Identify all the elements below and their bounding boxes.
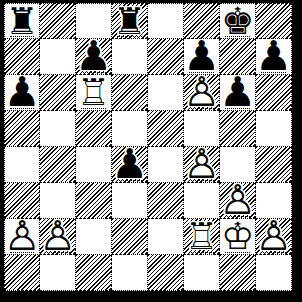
square-b4[interactable] <box>40 147 76 183</box>
piece-glyph: ♜ <box>112 4 147 38</box>
square-f6[interactable]: ♟♙ <box>184 75 220 111</box>
piece-glyph: ♜ <box>5 4 39 38</box>
white-pawn-icon[interactable]: ♟♙ <box>40 219 75 254</box>
piece-glyph: ♖ <box>184 219 219 254</box>
square-a2[interactable]: ♟♙ <box>4 219 40 255</box>
square-h7[interactable]: ♟♟ <box>256 39 292 75</box>
square-g2[interactable]: ♚♔ <box>220 219 256 255</box>
square-a8[interactable]: ♜♜ <box>4 3 40 39</box>
square-c1[interactable] <box>76 255 112 291</box>
white-pawn-icon[interactable]: ♟♙ <box>184 75 219 110</box>
square-g6[interactable]: ♟♟ <box>220 75 256 111</box>
square-e3[interactable] <box>148 183 184 219</box>
black-pawn-icon[interactable]: ♟♟ <box>256 39 291 74</box>
piece-glyph: ♙ <box>184 75 219 110</box>
square-a1[interactable] <box>4 255 40 291</box>
black-rook-icon[interactable]: ♜♜ <box>112 4 147 38</box>
piece-glyph: ♟ <box>5 75 39 110</box>
square-c5[interactable] <box>76 111 112 147</box>
square-h5[interactable] <box>256 111 292 147</box>
white-pawn-icon[interactable]: ♟♙ <box>256 219 291 254</box>
black-rook-icon[interactable]: ♜♜ <box>5 4 39 38</box>
square-b1[interactable] <box>40 255 76 291</box>
board-frame: ♜♜♜♜♚♚♟♟♟♟♟♟♟♟♜♖♟♙♟♟♟♟♟♙♟♙♟♙♟♙♜♖♚♔♟♙ <box>0 0 302 302</box>
piece-glyph: ♚ <box>220 4 255 38</box>
square-h1[interactable] <box>256 255 292 291</box>
square-e1[interactable] <box>148 255 184 291</box>
square-a4[interactable] <box>4 147 40 183</box>
piece-glyph: ♟ <box>112 147 147 182</box>
square-e4[interactable] <box>148 147 184 183</box>
square-e5[interactable] <box>148 111 184 147</box>
piece-glyph: ♙ <box>256 219 291 254</box>
square-h6[interactable] <box>256 75 292 111</box>
square-f3[interactable] <box>184 183 220 219</box>
piece-glyph: ♖ <box>76 75 111 110</box>
piece-glyph: ♙ <box>5 219 39 254</box>
square-e8[interactable] <box>148 3 184 39</box>
square-b8[interactable] <box>40 3 76 39</box>
square-d6[interactable] <box>112 75 148 111</box>
black-pawn-icon[interactable]: ♟♟ <box>5 75 39 110</box>
square-d4[interactable]: ♟♟ <box>112 147 148 183</box>
square-b2[interactable]: ♟♙ <box>40 219 76 255</box>
square-h2[interactable]: ♟♙ <box>256 219 292 255</box>
square-d8[interactable]: ♜♜ <box>112 3 148 39</box>
square-d1[interactable] <box>112 255 148 291</box>
square-c4[interactable] <box>76 147 112 183</box>
square-d3[interactable] <box>112 183 148 219</box>
square-c6[interactable]: ♜♖ <box>76 75 112 111</box>
square-e7[interactable] <box>148 39 184 75</box>
piece-glyph: ♙ <box>184 147 219 182</box>
white-rook-icon[interactable]: ♜♖ <box>184 219 219 254</box>
square-d2[interactable] <box>112 219 148 255</box>
square-b7[interactable] <box>40 39 76 75</box>
square-e6[interactable] <box>148 75 184 111</box>
white-king-icon[interactable]: ♚♔ <box>220 219 255 254</box>
black-king-icon[interactable]: ♚♚ <box>220 4 255 38</box>
piece-glyph: ♔ <box>220 219 255 254</box>
square-b6[interactable] <box>40 75 76 111</box>
piece-glyph: ♟ <box>76 39 111 74</box>
white-pawn-icon[interactable]: ♟♙ <box>184 147 219 182</box>
chess-board: ♜♜♜♜♚♚♟♟♟♟♟♟♟♟♜♖♟♙♟♟♟♟♟♙♟♙♟♙♟♙♜♖♚♔♟♙ <box>4 3 292 291</box>
black-pawn-icon[interactable]: ♟♟ <box>112 147 147 182</box>
black-pawn-icon[interactable]: ♟♟ <box>76 39 111 74</box>
piece-glyph: ♙ <box>220 183 255 218</box>
square-g1[interactable] <box>220 255 256 291</box>
square-a6[interactable]: ♟♟ <box>4 75 40 111</box>
square-c2[interactable] <box>76 219 112 255</box>
square-d7[interactable] <box>112 39 148 75</box>
square-g3[interactable]: ♟♙ <box>220 183 256 219</box>
square-b5[interactable] <box>40 111 76 147</box>
square-e2[interactable] <box>148 219 184 255</box>
square-g5[interactable] <box>220 111 256 147</box>
square-f1[interactable] <box>184 255 220 291</box>
square-c3[interactable] <box>76 183 112 219</box>
piece-glyph: ♙ <box>40 219 75 254</box>
square-c7[interactable]: ♟♟ <box>76 39 112 75</box>
black-pawn-icon[interactable]: ♟♟ <box>220 75 255 110</box>
square-h4[interactable] <box>256 147 292 183</box>
piece-glyph: ♟ <box>256 39 291 74</box>
white-rook-icon[interactable]: ♜♖ <box>76 75 111 110</box>
square-g8[interactable]: ♚♚ <box>220 3 256 39</box>
white-pawn-icon[interactable]: ♟♙ <box>220 183 255 218</box>
square-f2[interactable]: ♜♖ <box>184 219 220 255</box>
piece-glyph: ♟ <box>220 75 255 110</box>
square-a5[interactable] <box>4 111 40 147</box>
white-pawn-icon[interactable]: ♟♙ <box>5 219 39 254</box>
square-f4[interactable]: ♟♙ <box>184 147 220 183</box>
